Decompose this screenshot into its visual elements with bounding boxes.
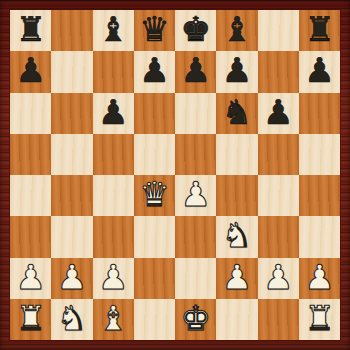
square-f1[interactable] bbox=[216, 299, 257, 340]
square-d7[interactable]: ♟ bbox=[134, 51, 175, 92]
square-g3[interactable] bbox=[258, 216, 299, 257]
board-frame: ♜♝♛♚♝♜♟♟♟♟♟♟♞♟♛♟♞♟♟♟♟♟♟♜♞♝♚♜ bbox=[0, 0, 350, 350]
piece-white-pawn[interactable]: ♟ bbox=[98, 258, 128, 298]
square-a8[interactable]: ♜ bbox=[10, 10, 51, 51]
square-h2[interactable]: ♟ bbox=[299, 258, 340, 299]
square-c3[interactable] bbox=[93, 216, 134, 257]
square-e8[interactable]: ♚ bbox=[175, 10, 216, 51]
square-a7[interactable]: ♟ bbox=[10, 51, 51, 92]
square-f4[interactable] bbox=[216, 175, 257, 216]
square-g8[interactable] bbox=[258, 10, 299, 51]
square-f7[interactable]: ♟ bbox=[216, 51, 257, 92]
piece-white-pawn[interactable]: ♟ bbox=[15, 258, 45, 298]
piece-white-rook[interactable]: ♜ bbox=[15, 299, 45, 339]
piece-black-pawn[interactable]: ♟ bbox=[263, 93, 293, 133]
square-c8[interactable]: ♝ bbox=[93, 10, 134, 51]
square-h8[interactable]: ♜ bbox=[299, 10, 340, 51]
piece-black-pawn[interactable]: ♟ bbox=[222, 51, 252, 91]
square-g1[interactable] bbox=[258, 299, 299, 340]
piece-white-rook[interactable]: ♜ bbox=[304, 299, 334, 339]
square-d2[interactable] bbox=[134, 258, 175, 299]
square-g7[interactable] bbox=[258, 51, 299, 92]
square-c2[interactable]: ♟ bbox=[93, 258, 134, 299]
piece-white-pawn[interactable]: ♟ bbox=[57, 258, 87, 298]
square-d8[interactable]: ♛ bbox=[134, 10, 175, 51]
square-f3[interactable]: ♞ bbox=[216, 216, 257, 257]
square-c6[interactable]: ♟ bbox=[93, 93, 134, 134]
square-c4[interactable] bbox=[93, 175, 134, 216]
chess-board: ♜♝♛♚♝♜♟♟♟♟♟♟♞♟♛♟♞♟♟♟♟♟♟♜♞♝♚♜ bbox=[10, 10, 340, 340]
piece-white-pawn[interactable]: ♟ bbox=[304, 258, 334, 298]
piece-black-pawn[interactable]: ♟ bbox=[98, 93, 128, 133]
square-b2[interactable]: ♟ bbox=[51, 258, 92, 299]
square-c7[interactable] bbox=[93, 51, 134, 92]
square-h6[interactable] bbox=[299, 93, 340, 134]
square-c5[interactable] bbox=[93, 134, 134, 175]
square-b5[interactable] bbox=[51, 134, 92, 175]
square-a3[interactable] bbox=[10, 216, 51, 257]
piece-black-rook[interactable]: ♜ bbox=[15, 10, 45, 50]
piece-white-king[interactable]: ♚ bbox=[180, 299, 210, 339]
square-a2[interactable]: ♟ bbox=[10, 258, 51, 299]
square-g4[interactable] bbox=[258, 175, 299, 216]
square-a4[interactable] bbox=[10, 175, 51, 216]
square-b8[interactable] bbox=[51, 10, 92, 51]
square-f2[interactable]: ♟ bbox=[216, 258, 257, 299]
square-f5[interactable] bbox=[216, 134, 257, 175]
piece-black-queen[interactable]: ♛ bbox=[139, 10, 169, 50]
square-e3[interactable] bbox=[175, 216, 216, 257]
square-d1[interactable] bbox=[134, 299, 175, 340]
piece-white-bishop[interactable]: ♝ bbox=[98, 299, 128, 339]
square-b3[interactable] bbox=[51, 216, 92, 257]
square-b7[interactable] bbox=[51, 51, 92, 92]
piece-white-queen[interactable]: ♛ bbox=[139, 175, 169, 215]
square-h7[interactable]: ♟ bbox=[299, 51, 340, 92]
piece-white-knight[interactable]: ♞ bbox=[222, 216, 252, 256]
square-e6[interactable] bbox=[175, 93, 216, 134]
square-e4[interactable]: ♟ bbox=[175, 175, 216, 216]
square-h3[interactable] bbox=[299, 216, 340, 257]
square-b4[interactable] bbox=[51, 175, 92, 216]
square-h4[interactable] bbox=[299, 175, 340, 216]
piece-white-knight[interactable]: ♞ bbox=[57, 299, 87, 339]
piece-white-pawn[interactable]: ♟ bbox=[180, 175, 210, 215]
square-e1[interactable]: ♚ bbox=[175, 299, 216, 340]
square-a5[interactable] bbox=[10, 134, 51, 175]
square-g6[interactable]: ♟ bbox=[258, 93, 299, 134]
square-a1[interactable]: ♜ bbox=[10, 299, 51, 340]
square-f6[interactable]: ♞ bbox=[216, 93, 257, 134]
piece-black-bishop[interactable]: ♝ bbox=[222, 10, 252, 50]
square-f8[interactable]: ♝ bbox=[216, 10, 257, 51]
piece-white-pawn[interactable]: ♟ bbox=[222, 258, 252, 298]
square-e5[interactable] bbox=[175, 134, 216, 175]
piece-white-pawn[interactable]: ♟ bbox=[263, 258, 293, 298]
square-b6[interactable] bbox=[51, 93, 92, 134]
piece-black-rook[interactable]: ♜ bbox=[304, 10, 334, 50]
square-a6[interactable] bbox=[10, 93, 51, 134]
square-c1[interactable]: ♝ bbox=[93, 299, 134, 340]
piece-black-king[interactable]: ♚ bbox=[180, 10, 210, 50]
square-d3[interactable] bbox=[134, 216, 175, 257]
piece-black-knight[interactable]: ♞ bbox=[222, 93, 252, 133]
square-h1[interactable]: ♜ bbox=[299, 299, 340, 340]
square-e7[interactable]: ♟ bbox=[175, 51, 216, 92]
square-d6[interactable] bbox=[134, 93, 175, 134]
piece-black-pawn[interactable]: ♟ bbox=[139, 51, 169, 91]
piece-black-pawn[interactable]: ♟ bbox=[304, 51, 334, 91]
piece-black-pawn[interactable]: ♟ bbox=[15, 51, 45, 91]
square-d5[interactable] bbox=[134, 134, 175, 175]
square-g2[interactable]: ♟ bbox=[258, 258, 299, 299]
piece-black-pawn[interactable]: ♟ bbox=[180, 51, 210, 91]
square-b1[interactable]: ♞ bbox=[51, 299, 92, 340]
square-h5[interactable] bbox=[299, 134, 340, 175]
square-d4[interactable]: ♛ bbox=[134, 175, 175, 216]
square-g5[interactable] bbox=[258, 134, 299, 175]
piece-black-bishop[interactable]: ♝ bbox=[98, 10, 128, 50]
square-e2[interactable] bbox=[175, 258, 216, 299]
